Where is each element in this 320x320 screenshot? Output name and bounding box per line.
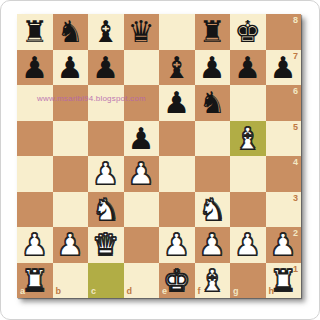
square-d5[interactable]: ♟ xyxy=(124,121,160,157)
rank-label-2: 2 xyxy=(293,229,298,238)
square-g4[interactable] xyxy=(230,156,266,192)
square-h3[interactable]: 3 xyxy=(266,192,302,228)
square-c3[interactable]: ♞ xyxy=(88,192,124,228)
piece-white-rook[interactable]: ♜ xyxy=(21,263,48,299)
square-a6[interactable] xyxy=(17,85,53,121)
square-h2[interactable]: ♟2 xyxy=(266,227,302,263)
rank-label-4: 4 xyxy=(293,158,298,167)
piece-black-rook[interactable]: ♜ xyxy=(21,14,48,50)
square-e1[interactable]: ♚e xyxy=(159,263,195,299)
rank-label-7: 7 xyxy=(293,52,298,61)
rank-label-5: 5 xyxy=(293,123,298,132)
square-a4[interactable] xyxy=(17,156,53,192)
piece-black-knight[interactable]: ♞ xyxy=(199,85,226,121)
square-d2[interactable] xyxy=(124,227,160,263)
square-f4[interactable] xyxy=(195,156,231,192)
square-b7[interactable]: ♟ xyxy=(53,50,89,86)
square-e6[interactable]: ♟ xyxy=(159,85,195,121)
piece-white-knight[interactable]: ♞ xyxy=(199,192,226,228)
piece-black-pawn[interactable]: ♟ xyxy=(128,121,155,157)
square-f2[interactable]: ♟ xyxy=(195,227,231,263)
square-f1[interactable]: ♝f xyxy=(195,263,231,299)
square-c1[interactable]: c xyxy=(88,263,124,299)
square-c8[interactable]: ♝ xyxy=(88,14,124,50)
square-b5[interactable] xyxy=(53,121,89,157)
piece-white-pawn[interactable]: ♟ xyxy=(21,227,48,263)
piece-black-pawn[interactable]: ♟ xyxy=(57,50,84,86)
piece-white-pawn[interactable]: ♟ xyxy=(234,227,261,263)
square-a3[interactable] xyxy=(17,192,53,228)
square-g2[interactable]: ♟ xyxy=(230,227,266,263)
piece-white-pawn[interactable]: ♟ xyxy=(199,227,226,263)
square-g8[interactable]: ♚ xyxy=(230,14,266,50)
square-b4[interactable] xyxy=(53,156,89,192)
rank-label-8: 8 xyxy=(293,16,298,25)
rank-label-1: 1 xyxy=(293,265,298,274)
file-label-a: a xyxy=(20,287,25,296)
square-c7[interactable]: ♟ xyxy=(88,50,124,86)
square-g5[interactable]: ♝ xyxy=(230,121,266,157)
square-e8[interactable] xyxy=(159,14,195,50)
square-f7[interactable]: ♟ xyxy=(195,50,231,86)
square-c4[interactable]: ♟ xyxy=(88,156,124,192)
square-g6[interactable] xyxy=(230,85,266,121)
piece-white-pawn[interactable]: ♟ xyxy=(128,156,155,192)
file-label-b: b xyxy=(56,287,62,296)
piece-black-bishop[interactable]: ♝ xyxy=(92,14,119,50)
piece-white-bishop[interactable]: ♝ xyxy=(234,121,261,157)
square-b6[interactable] xyxy=(53,85,89,121)
piece-white-pawn[interactable]: ♟ xyxy=(92,156,119,192)
square-h6[interactable]: 6 xyxy=(266,85,302,121)
square-d4[interactable]: ♟ xyxy=(124,156,160,192)
square-f5[interactable] xyxy=(195,121,231,157)
square-d1[interactable]: d xyxy=(124,263,160,299)
square-h5[interactable]: 5 xyxy=(266,121,302,157)
piece-white-queen[interactable]: ♛ xyxy=(92,227,119,263)
square-c2[interactable]: ♛ xyxy=(88,227,124,263)
square-d3[interactable] xyxy=(124,192,160,228)
square-g7[interactable]: ♟ xyxy=(230,50,266,86)
square-g1[interactable]: g xyxy=(230,263,266,299)
piece-black-queen[interactable]: ♛ xyxy=(128,14,155,50)
file-label-e: e xyxy=(162,287,167,296)
square-g3[interactable] xyxy=(230,192,266,228)
square-b1[interactable]: b xyxy=(53,263,89,299)
square-e5[interactable] xyxy=(159,121,195,157)
piece-black-king[interactable]: ♚ xyxy=(234,14,261,50)
square-a5[interactable] xyxy=(17,121,53,157)
square-e4[interactable] xyxy=(159,156,195,192)
piece-black-pawn[interactable]: ♟ xyxy=(199,50,226,86)
square-d8[interactable]: ♛ xyxy=(124,14,160,50)
piece-white-king[interactable]: ♚ xyxy=(163,263,190,299)
square-a7[interactable]: ♟ xyxy=(17,50,53,86)
file-label-h: h xyxy=(269,287,275,296)
piece-white-bishop[interactable]: ♝ xyxy=(199,263,226,299)
square-e2[interactable]: ♟ xyxy=(159,227,195,263)
square-e3[interactable] xyxy=(159,192,195,228)
square-a8[interactable]: ♜ xyxy=(17,14,53,50)
square-d7[interactable] xyxy=(124,50,160,86)
rank-label-3: 3 xyxy=(293,194,298,203)
square-b2[interactable]: ♟ xyxy=(53,227,89,263)
piece-black-knight[interactable]: ♞ xyxy=(57,14,84,50)
square-c6[interactable] xyxy=(88,85,124,121)
square-c5[interactable] xyxy=(88,121,124,157)
chess-board: ♜♞♝♛♜♚8♟♟♟♝♟♟♟7♟♞6♟♝5♟♟4♞♞3♟♟♛♟♟♟♟2♜abcd… xyxy=(17,14,301,298)
piece-black-pawn[interactable]: ♟ xyxy=(92,50,119,86)
file-label-d: d xyxy=(127,287,133,296)
file-label-f: f xyxy=(198,287,201,296)
piece-black-rook[interactable]: ♜ xyxy=(199,14,226,50)
square-b3[interactable] xyxy=(53,192,89,228)
piece-black-pawn[interactable]: ♟ xyxy=(163,85,190,121)
square-a1[interactable]: ♜a xyxy=(17,263,53,299)
square-h1[interactable]: ♜1h xyxy=(266,263,302,299)
rank-label-6: 6 xyxy=(293,87,298,96)
piece-white-knight[interactable]: ♞ xyxy=(92,192,119,228)
piece-white-pawn[interactable]: ♟ xyxy=(163,227,190,263)
piece-black-pawn[interactable]: ♟ xyxy=(21,50,48,86)
square-f3[interactable]: ♞ xyxy=(195,192,231,228)
square-h4[interactable]: 4 xyxy=(266,156,302,192)
square-e7[interactable]: ♝ xyxy=(159,50,195,86)
square-h7[interactable]: ♟7 xyxy=(266,50,302,86)
piece-white-pawn[interactable]: ♟ xyxy=(57,227,84,263)
square-f6[interactable]: ♞ xyxy=(195,85,231,121)
piece-black-bishop[interactable]: ♝ xyxy=(163,50,190,86)
square-d6[interactable] xyxy=(124,85,160,121)
file-label-c: c xyxy=(91,287,96,296)
square-f8[interactable]: ♜ xyxy=(195,14,231,50)
square-b8[interactable]: ♞ xyxy=(53,14,89,50)
piece-black-pawn[interactable]: ♟ xyxy=(234,50,261,86)
square-a2[interactable]: ♟ xyxy=(17,227,53,263)
file-label-g: g xyxy=(233,287,239,296)
square-h8[interactable]: 8 xyxy=(266,14,302,50)
